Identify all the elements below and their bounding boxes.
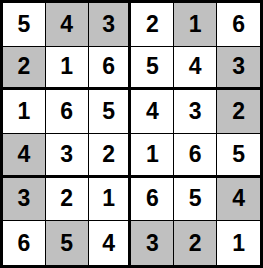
cell-r1c6[interactable]: 6 [217,3,260,47]
cell-r6c4[interactable]: 3 [131,221,174,265]
cell-r4c1[interactable]: 4 [3,134,46,178]
cell-r5c2[interactable]: 2 [46,178,89,222]
cell-r3c5[interactable]: 3 [174,90,217,134]
cell-r5c6[interactable]: 4 [217,178,260,222]
cell-r2c2[interactable]: 1 [46,47,89,91]
sudoku-board: 543216216543165432432165321654654321 [0,0,263,268]
cell-r3c4[interactable]: 4 [131,90,174,134]
cell-r5c3[interactable]: 1 [89,178,132,222]
cell-r2c5[interactable]: 4 [174,47,217,91]
cell-r6c5[interactable]: 2 [174,221,217,265]
cell-r2c1[interactable]: 2 [3,47,46,91]
cell-r6c3[interactable]: 4 [89,221,132,265]
cell-r4c4[interactable]: 1 [131,134,174,178]
cell-r6c1[interactable]: 6 [3,221,46,265]
cell-r5c1[interactable]: 3 [3,178,46,222]
cell-r1c5[interactable]: 1 [174,3,217,47]
cell-r5c4[interactable]: 6 [131,178,174,222]
cell-r5c5[interactable]: 5 [174,178,217,222]
cell-r4c3[interactable]: 2 [89,134,132,178]
cell-r6c2[interactable]: 5 [46,221,89,265]
cell-r3c2[interactable]: 6 [46,90,89,134]
cell-r3c6[interactable]: 2 [217,90,260,134]
cell-r2c4[interactable]: 5 [131,47,174,91]
cell-r4c5[interactable]: 6 [174,134,217,178]
cell-r3c1[interactable]: 1 [3,90,46,134]
cell-r2c6[interactable]: 3 [217,47,260,91]
cell-r3c3[interactable]: 5 [89,90,132,134]
cell-r1c2[interactable]: 4 [46,3,89,47]
cell-r6c6[interactable]: 1 [217,221,260,265]
cell-r1c4[interactable]: 2 [131,3,174,47]
cell-r1c3[interactable]: 3 [89,3,132,47]
cell-r4c2[interactable]: 3 [46,134,89,178]
cell-r2c3[interactable]: 6 [89,47,132,91]
cell-r4c6[interactable]: 5 [217,134,260,178]
cell-r1c1[interactable]: 5 [3,3,46,47]
